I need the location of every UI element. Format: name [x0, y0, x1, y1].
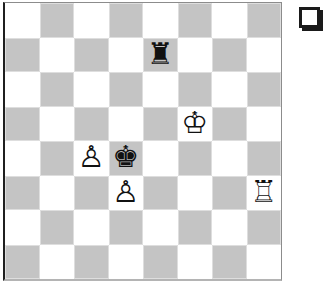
- square-d1[interactable]: [109, 245, 144, 280]
- square-c1[interactable]: [74, 245, 109, 280]
- square-a2[interactable]: [5, 210, 40, 245]
- white-rook[interactable]: ♖: [250, 176, 277, 210]
- square-a6[interactable]: [5, 72, 40, 107]
- square-h8[interactable]: [247, 3, 282, 38]
- square-g8[interactable]: [212, 3, 247, 38]
- square-g7[interactable]: [212, 38, 247, 73]
- square-h5[interactable]: [247, 107, 282, 142]
- square-a7[interactable]: [5, 38, 40, 73]
- square-g2[interactable]: [212, 210, 247, 245]
- square-c6[interactable]: [74, 72, 109, 107]
- square-b6[interactable]: [40, 72, 75, 107]
- square-h3[interactable]: ♖: [247, 176, 282, 211]
- square-c8[interactable]: [74, 3, 109, 38]
- square-g1[interactable]: [212, 245, 247, 280]
- square-b7[interactable]: [40, 38, 75, 73]
- square-a1[interactable]: [5, 245, 40, 280]
- white-pawn[interactable]: ♙: [78, 141, 105, 175]
- square-c2[interactable]: [74, 210, 109, 245]
- square-h7[interactable]: [247, 38, 282, 73]
- square-g3[interactable]: [212, 176, 247, 211]
- square-h6[interactable]: [247, 72, 282, 107]
- white-king[interactable]: ♔: [181, 107, 208, 141]
- square-e8[interactable]: [143, 3, 178, 38]
- square-g6[interactable]: [212, 72, 247, 107]
- square-f3[interactable]: [178, 176, 213, 211]
- chess-board: ♜♔♙♚♙♖: [3, 2, 282, 281]
- square-c3[interactable]: [74, 176, 109, 211]
- square-a8[interactable]: [5, 3, 40, 38]
- square-h2[interactable]: [247, 210, 282, 245]
- square-g4[interactable]: [212, 141, 247, 176]
- square-b5[interactable]: [40, 107, 75, 142]
- square-b4[interactable]: [40, 141, 75, 176]
- square-e4[interactable]: [143, 141, 178, 176]
- square-c5[interactable]: [74, 107, 109, 142]
- square-e3[interactable]: [143, 176, 178, 211]
- square-b8[interactable]: [40, 3, 75, 38]
- square-f1[interactable]: [178, 245, 213, 280]
- square-d5[interactable]: [109, 107, 144, 142]
- square-d4[interactable]: ♚: [109, 141, 144, 176]
- square-c4[interactable]: ♙: [74, 141, 109, 176]
- square-f5[interactable]: ♔: [178, 107, 213, 142]
- square-h1[interactable]: [247, 245, 282, 280]
- square-d7[interactable]: [109, 38, 144, 73]
- square-c7[interactable]: [74, 38, 109, 73]
- square-d3[interactable]: ♙: [109, 176, 144, 211]
- square-b3[interactable]: [40, 176, 75, 211]
- white-pawn[interactable]: ♙: [112, 176, 139, 210]
- square-e2[interactable]: [143, 210, 178, 245]
- square-e1[interactable]: [143, 245, 178, 280]
- chess-diagram: ♜♔♙♚♙♖: [0, 0, 328, 285]
- square-d2[interactable]: [109, 210, 144, 245]
- square-a3[interactable]: [5, 176, 40, 211]
- square-f7[interactable]: [178, 38, 213, 73]
- black-rook[interactable]: ♜: [147, 38, 174, 72]
- square-f6[interactable]: [178, 72, 213, 107]
- square-f8[interactable]: [178, 3, 213, 38]
- square-h4[interactable]: [247, 141, 282, 176]
- square-a4[interactable]: [5, 141, 40, 176]
- square-f4[interactable]: [178, 141, 213, 176]
- square-e6[interactable]: [143, 72, 178, 107]
- square-a5[interactable]: [5, 107, 40, 142]
- black-king[interactable]: ♚: [112, 141, 139, 175]
- square-b1[interactable]: [40, 245, 75, 280]
- square-e7[interactable]: ♜: [143, 38, 178, 73]
- square-e5[interactable]: [143, 107, 178, 142]
- square-d8[interactable]: [109, 3, 144, 38]
- white-to-move-indicator: [299, 7, 320, 28]
- square-d6[interactable]: [109, 72, 144, 107]
- square-b2[interactable]: [40, 210, 75, 245]
- square-f2[interactable]: [178, 210, 213, 245]
- square-g5[interactable]: [212, 107, 247, 142]
